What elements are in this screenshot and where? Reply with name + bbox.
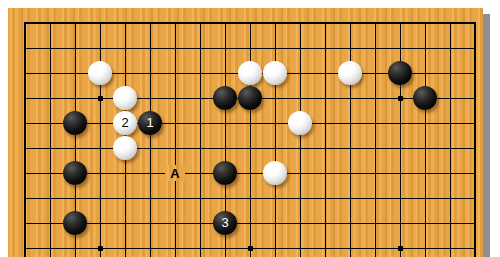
star-point xyxy=(98,246,103,251)
black-stone-move-3: 3 xyxy=(213,211,237,235)
go-diagram: A213 xyxy=(0,0,500,257)
go-board[interactable]: A213 xyxy=(8,8,483,257)
white-stone xyxy=(113,86,137,110)
star-point xyxy=(398,246,403,251)
grid-line-horizontal xyxy=(24,22,476,24)
white-stone xyxy=(263,61,287,85)
white-stone xyxy=(288,111,312,135)
star-point xyxy=(98,96,103,101)
white-stone xyxy=(263,161,287,185)
move-number-label: 3 xyxy=(221,211,228,235)
grid-line-horizontal xyxy=(24,173,476,174)
white-stone-move-2: 2 xyxy=(113,111,137,135)
white-stone xyxy=(338,61,362,85)
board-label-a: A xyxy=(165,165,185,181)
black-stone xyxy=(63,161,87,185)
grid-line-horizontal xyxy=(24,48,476,49)
grid-line-horizontal xyxy=(24,123,476,124)
white-stone xyxy=(88,61,112,85)
black-stone xyxy=(213,86,237,110)
star-point xyxy=(248,246,253,251)
move-number-label: 2 xyxy=(121,111,128,135)
white-stone xyxy=(113,136,137,160)
move-number-label: 1 xyxy=(146,111,153,135)
black-stone xyxy=(413,86,437,110)
black-stone xyxy=(63,211,87,235)
grid-line-horizontal xyxy=(24,198,476,199)
black-stone-move-1: 1 xyxy=(138,111,162,135)
black-stone xyxy=(213,161,237,185)
black-stone xyxy=(63,111,87,135)
grid-line-horizontal xyxy=(24,223,476,224)
grid-line-horizontal xyxy=(24,148,476,149)
star-point xyxy=(398,96,403,101)
black-stone xyxy=(388,61,412,85)
white-stone xyxy=(238,61,262,85)
black-stone xyxy=(238,86,262,110)
